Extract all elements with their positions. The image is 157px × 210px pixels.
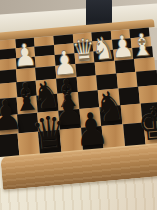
board-square[interactable]: [102, 124, 125, 148]
board-square[interactable]: [100, 105, 122, 126]
chess-board: ♟♛♞♟♝♟♝♞♝♟♟♞♛♟♚: [0, 19, 157, 190]
board-square[interactable]: [16, 96, 38, 115]
board-square[interactable]: [59, 128, 82, 152]
board-square[interactable]: [77, 90, 99, 109]
board-square[interactable]: [81, 126, 104, 150]
board-square[interactable]: [37, 94, 59, 113]
board-square[interactable]: [144, 121, 157, 145]
board-square[interactable]: [123, 122, 146, 146]
board-square[interactable]: [120, 104, 142, 125]
board-square[interactable]: [0, 97, 18, 116]
board-square[interactable]: [0, 133, 19, 157]
board-square[interactable]: [37, 111, 59, 132]
board-square[interactable]: [58, 109, 80, 130]
board-square[interactable]: [141, 102, 157, 123]
board-square[interactable]: [38, 130, 61, 154]
board-square[interactable]: [17, 132, 40, 156]
board-square[interactable]: [0, 114, 18, 135]
chessboard-photo-scene: ♟♛♞♟♝♟♝♞♝♟♟♞♛♟♚: [0, 0, 157, 210]
board-square[interactable]: [98, 88, 120, 107]
board-square[interactable]: [118, 87, 140, 106]
board-square[interactable]: [139, 85, 157, 104]
board-grid: ♟♛♞♟♝♟♝♞♝♟♟♞♛♟♚: [0, 27, 157, 157]
board-square[interactable]: [17, 113, 39, 134]
board-square[interactable]: [137, 70, 157, 87]
board-square[interactable]: [57, 92, 79, 111]
board-square[interactable]: [79, 107, 101, 128]
